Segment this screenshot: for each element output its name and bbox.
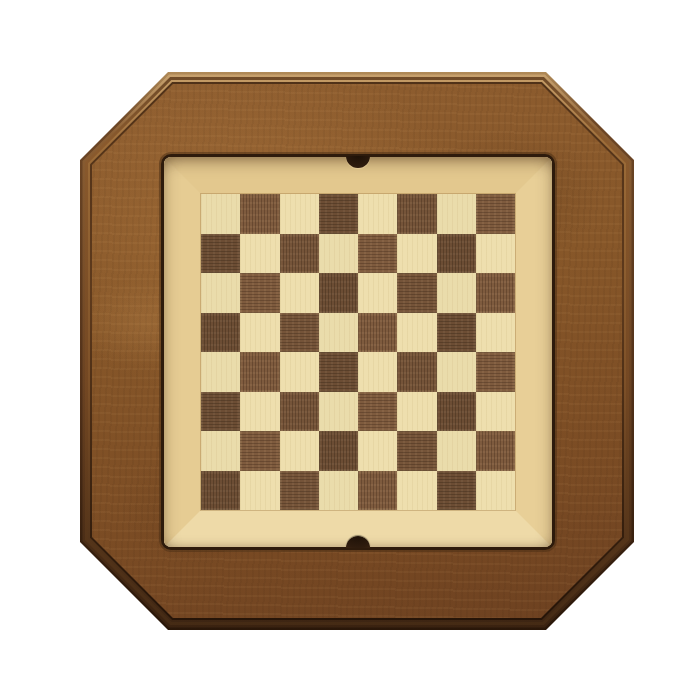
board-square[interactable]: [319, 313, 358, 353]
board-square[interactable]: [476, 234, 515, 274]
board-square[interactable]: [280, 352, 319, 392]
board-square[interactable]: [358, 352, 397, 392]
board-square[interactable]: [437, 431, 476, 471]
board-square[interactable]: [437, 352, 476, 392]
board-square[interactable]: [437, 194, 476, 234]
board-square[interactable]: [397, 392, 436, 432]
board-square[interactable]: [397, 273, 436, 313]
board-square[interactable]: [201, 234, 240, 274]
board-square[interactable]: [437, 471, 476, 511]
board-square[interactable]: [476, 352, 515, 392]
board-frame-bevel: [164, 157, 552, 547]
board-square[interactable]: [358, 431, 397, 471]
board-square[interactable]: [358, 392, 397, 432]
board-square[interactable]: [201, 194, 240, 234]
board-square[interactable]: [240, 471, 279, 511]
product-photo: [0, 0, 700, 700]
board-well: [164, 157, 552, 547]
board-square[interactable]: [240, 431, 279, 471]
board-square[interactable]: [358, 194, 397, 234]
board-square[interactable]: [201, 471, 240, 511]
board-square[interactable]: [319, 431, 358, 471]
board-square[interactable]: [240, 273, 279, 313]
board-square[interactable]: [476, 471, 515, 511]
board-square[interactable]: [476, 392, 515, 432]
board-square[interactable]: [280, 194, 319, 234]
board-square[interactable]: [280, 234, 319, 274]
board-square[interactable]: [397, 431, 436, 471]
board-square[interactable]: [397, 471, 436, 511]
board-square[interactable]: [201, 273, 240, 313]
game-table: [80, 72, 634, 630]
board-square[interactable]: [319, 273, 358, 313]
board-square[interactable]: [319, 471, 358, 511]
board-square[interactable]: [397, 313, 436, 353]
board-square[interactable]: [201, 431, 240, 471]
board-square[interactable]: [437, 392, 476, 432]
board-square[interactable]: [437, 234, 476, 274]
board-square[interactable]: [476, 313, 515, 353]
board-square[interactable]: [201, 392, 240, 432]
board-square[interactable]: [280, 431, 319, 471]
board-square[interactable]: [437, 273, 476, 313]
board-square[interactable]: [358, 273, 397, 313]
board-square[interactable]: [319, 352, 358, 392]
board-square[interactable]: [280, 313, 319, 353]
board-square[interactable]: [319, 234, 358, 274]
board-square[interactable]: [476, 431, 515, 471]
board-square[interactable]: [476, 194, 515, 234]
chessboard: [201, 194, 515, 510]
board-square[interactable]: [280, 392, 319, 432]
board-square[interactable]: [240, 352, 279, 392]
board-square[interactable]: [437, 313, 476, 353]
board-square[interactable]: [397, 352, 436, 392]
board-square[interactable]: [280, 273, 319, 313]
board-square[interactable]: [240, 313, 279, 353]
board-square[interactable]: [240, 392, 279, 432]
board-square[interactable]: [280, 471, 319, 511]
board-square[interactable]: [201, 313, 240, 353]
board-square[interactable]: [319, 194, 358, 234]
board-square[interactable]: [476, 273, 515, 313]
board-square[interactable]: [240, 234, 279, 274]
board-square[interactable]: [201, 352, 240, 392]
board-square[interactable]: [397, 234, 436, 274]
board-square[interactable]: [240, 194, 279, 234]
board-square[interactable]: [358, 234, 397, 274]
board-square[interactable]: [397, 194, 436, 234]
board-square[interactable]: [319, 392, 358, 432]
board-square[interactable]: [358, 471, 397, 511]
board-square[interactable]: [358, 313, 397, 353]
